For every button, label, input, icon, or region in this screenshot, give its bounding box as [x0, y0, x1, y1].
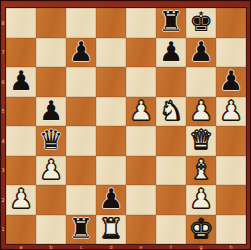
- square-d6[interactable]: [96, 67, 126, 97]
- file-label-f: f: [156, 244, 186, 250]
- black-pawn-a6[interactable]: ♟: [9, 67, 33, 94]
- square-b7[interactable]: [36, 38, 66, 68]
- black-pawn-b5[interactable]: ♟: [39, 97, 63, 124]
- square-b8[interactable]: [36, 8, 66, 38]
- white-bishop-g3[interactable]: ♝: [189, 156, 213, 183]
- square-g4[interactable]: ♛: [186, 126, 216, 156]
- square-f6[interactable]: [156, 67, 186, 97]
- black-pawn-g7[interactable]: ♟: [189, 38, 213, 65]
- square-c3[interactable]: [66, 156, 96, 186]
- square-f1[interactable]: [156, 215, 186, 245]
- square-a8[interactable]: [6, 8, 36, 38]
- black-rook-c1[interactable]: ♜: [69, 215, 93, 242]
- square-g5[interactable]: ♟: [186, 97, 216, 127]
- square-h7[interactable]: [216, 38, 246, 68]
- square-a6[interactable]: ♟: [6, 67, 36, 97]
- square-e4[interactable]: [126, 126, 156, 156]
- square-d7[interactable]: [96, 38, 126, 68]
- square-g8[interactable]: ♚: [186, 8, 216, 38]
- square-a4[interactable]: [6, 126, 36, 156]
- white-pawn-h5[interactable]: ♟: [219, 97, 243, 124]
- square-b5[interactable]: ♟: [36, 97, 66, 127]
- file-label-e: e: [126, 244, 156, 250]
- square-f5[interactable]: ♞: [156, 97, 186, 127]
- square-h6[interactable]: ♟: [216, 67, 246, 97]
- square-h2[interactable]: [216, 185, 246, 215]
- file-label-d: d: [96, 244, 126, 250]
- square-a5[interactable]: [6, 97, 36, 127]
- file-label-b: b: [36, 244, 66, 250]
- square-e2[interactable]: [126, 185, 156, 215]
- black-queen-b4[interactable]: ♛: [39, 126, 63, 153]
- square-g6[interactable]: [186, 67, 216, 97]
- square-c1[interactable]: ♜: [66, 215, 96, 245]
- square-e1[interactable]: [126, 215, 156, 245]
- square-d5[interactable]: [96, 97, 126, 127]
- white-knight-f5[interactable]: ♞: [159, 97, 183, 124]
- square-b2[interactable]: [36, 185, 66, 215]
- square-c2[interactable]: [66, 185, 96, 215]
- square-c4[interactable]: [66, 126, 96, 156]
- square-e7[interactable]: [126, 38, 156, 68]
- square-h4[interactable]: [216, 126, 246, 156]
- square-b6[interactable]: [36, 67, 66, 97]
- square-d8[interactable]: [96, 8, 126, 38]
- square-g7[interactable]: ♟: [186, 38, 216, 68]
- square-h8[interactable]: [216, 8, 246, 38]
- white-queen-g4[interactable]: ♛: [189, 126, 213, 153]
- square-g2[interactable]: ♟: [186, 185, 216, 215]
- square-h5[interactable]: ♟: [216, 97, 246, 127]
- square-f8[interactable]: ♜: [156, 8, 186, 38]
- square-g3[interactable]: ♝: [186, 156, 216, 186]
- square-c6[interactable]: [66, 67, 96, 97]
- square-b1[interactable]: [36, 215, 66, 245]
- square-e8[interactable]: [126, 8, 156, 38]
- white-pawn-e5[interactable]: ♟: [129, 97, 153, 124]
- square-d3[interactable]: [96, 156, 126, 186]
- chess-board-frame: 87654321 abcdefgh ♜♚♟♟♟♟♟♟♟♞♟♟♛♛♟♝♟♟♟♜♜♚: [0, 0, 251, 250]
- white-king-g1[interactable]: ♚: [189, 215, 213, 242]
- square-c8[interactable]: [66, 8, 96, 38]
- square-f4[interactable]: [156, 126, 186, 156]
- square-e5[interactable]: ♟: [126, 97, 156, 127]
- square-f2[interactable]: [156, 185, 186, 215]
- white-pawn-g5[interactable]: ♟: [189, 97, 213, 124]
- square-b3[interactable]: ♟: [36, 156, 66, 186]
- file-label-a: a: [6, 244, 36, 250]
- square-a1[interactable]: [6, 215, 36, 245]
- file-labels: abcdefgh: [6, 244, 246, 250]
- square-e3[interactable]: [126, 156, 156, 186]
- square-a2[interactable]: ♟: [6, 185, 36, 215]
- white-rook-d1[interactable]: ♜: [99, 215, 123, 242]
- square-d2[interactable]: ♟: [96, 185, 126, 215]
- file-label-c: c: [66, 244, 96, 250]
- file-label-h: h: [216, 244, 246, 250]
- black-king-g8[interactable]: ♚: [189, 8, 213, 35]
- white-pawn-b3[interactable]: ♟: [39, 156, 63, 183]
- black-pawn-f7[interactable]: ♟: [159, 38, 183, 65]
- black-pawn-c7[interactable]: ♟: [69, 38, 93, 65]
- square-g1[interactable]: ♚: [186, 215, 216, 245]
- square-d4[interactable]: [96, 126, 126, 156]
- white-pawn-g2[interactable]: ♟: [189, 185, 213, 212]
- chess-board[interactable]: ♜♚♟♟♟♟♟♟♟♞♟♟♛♛♟♝♟♟♟♜♜♚: [6, 8, 246, 244]
- square-h3[interactable]: [216, 156, 246, 186]
- square-h1[interactable]: [216, 215, 246, 245]
- file-label-g: g: [186, 244, 216, 250]
- square-e6[interactable]: [126, 67, 156, 97]
- black-pawn-d2[interactable]: ♟: [99, 185, 123, 212]
- square-a7[interactable]: [6, 38, 36, 68]
- square-b4[interactable]: ♛: [36, 126, 66, 156]
- square-d1[interactable]: ♜: [96, 215, 126, 245]
- square-c7[interactable]: ♟: [66, 38, 96, 68]
- square-a3[interactable]: [6, 156, 36, 186]
- square-f3[interactable]: [156, 156, 186, 186]
- white-pawn-a2[interactable]: ♟: [9, 185, 33, 212]
- black-rook-f8[interactable]: ♜: [159, 8, 183, 35]
- black-pawn-h6[interactable]: ♟: [219, 67, 243, 94]
- square-f7[interactable]: ♟: [156, 38, 186, 68]
- square-c5[interactable]: [66, 97, 96, 127]
